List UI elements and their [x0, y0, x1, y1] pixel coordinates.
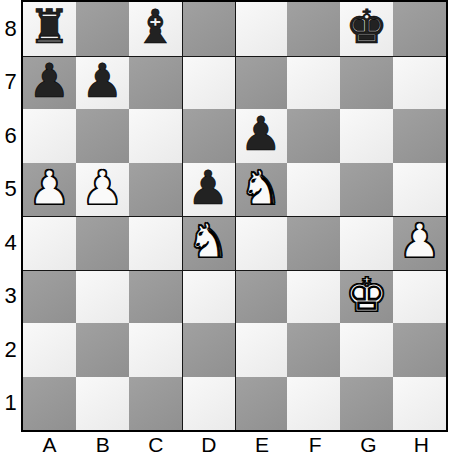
rank-label-6: 6 — [0, 109, 21, 163]
square-h7[interactable] — [393, 56, 446, 110]
square-a7[interactable]: ♟ — [23, 56, 76, 110]
square-f3[interactable] — [287, 270, 340, 324]
white-pawn[interactable]: ♟ — [81, 164, 123, 211]
square-d7[interactable] — [182, 56, 235, 110]
file-label-h: H — [395, 433, 448, 456]
square-b8[interactable] — [76, 2, 129, 56]
black-bishop[interactable]: ♝ — [134, 3, 176, 50]
square-c6[interactable] — [129, 109, 182, 163]
square-f7[interactable] — [287, 56, 340, 110]
white-knight[interactable]: ♞ — [187, 217, 229, 264]
square-b4[interactable] — [76, 216, 129, 270]
white-pawn[interactable]: ♟ — [398, 217, 440, 264]
square-g1[interactable] — [340, 377, 393, 431]
square-d1[interactable] — [182, 377, 235, 431]
file-label-e: E — [236, 433, 289, 456]
square-e4[interactable] — [235, 216, 288, 270]
board-squares: ♜♝♚♟♟♟♟♟♟♞♞♟♚ — [23, 2, 446, 430]
black-pawn[interactable]: ♟ — [240, 110, 282, 157]
square-b2[interactable] — [76, 323, 129, 377]
square-h2[interactable] — [393, 323, 446, 377]
square-h6[interactable] — [393, 109, 446, 163]
square-e7[interactable] — [235, 56, 288, 110]
square-g8[interactable]: ♚ — [340, 2, 393, 56]
square-b1[interactable] — [76, 377, 129, 431]
square-e5[interactable]: ♞ — [235, 163, 288, 217]
black-pawn[interactable]: ♟ — [28, 57, 70, 104]
square-g6[interactable] — [340, 109, 393, 163]
square-e6[interactable]: ♟ — [235, 109, 288, 163]
rank-label-1: 1 — [0, 377, 21, 431]
square-h3[interactable] — [393, 270, 446, 324]
file-label-b: B — [76, 433, 129, 456]
square-b6[interactable] — [76, 109, 129, 163]
square-c7[interactable] — [129, 56, 182, 110]
square-d2[interactable] — [182, 323, 235, 377]
square-b7[interactable]: ♟ — [76, 56, 129, 110]
black-pawn[interactable]: ♟ — [187, 164, 229, 211]
square-e2[interactable] — [235, 323, 288, 377]
rank-labels: 87654321 — [0, 2, 21, 430]
square-c2[interactable] — [129, 323, 182, 377]
square-f8[interactable] — [287, 2, 340, 56]
file-labels: ABCDEFGH — [23, 433, 448, 456]
square-g3[interactable]: ♚ — [340, 270, 393, 324]
square-f2[interactable] — [287, 323, 340, 377]
file-label-g: G — [342, 433, 395, 456]
square-h4[interactable]: ♟ — [393, 216, 446, 270]
square-h1[interactable] — [393, 377, 446, 431]
black-pawn[interactable]: ♟ — [81, 57, 123, 104]
white-knight[interactable]: ♞ — [240, 164, 282, 211]
square-f6[interactable] — [287, 109, 340, 163]
square-d6[interactable] — [182, 109, 235, 163]
white-king[interactable]: ♚ — [346, 271, 388, 318]
rank-label-4: 4 — [0, 216, 21, 270]
square-c4[interactable] — [129, 216, 182, 270]
square-c8[interactable]: ♝ — [129, 2, 182, 56]
square-c5[interactable] — [129, 163, 182, 217]
square-a6[interactable] — [23, 109, 76, 163]
square-f1[interactable] — [287, 377, 340, 431]
square-a2[interactable] — [23, 323, 76, 377]
square-d5[interactable]: ♟ — [182, 163, 235, 217]
square-d4[interactable]: ♞ — [182, 216, 235, 270]
file-label-f: F — [289, 433, 342, 456]
square-f4[interactable] — [287, 216, 340, 270]
chess-board: ♜♝♚♟♟♟♟♟♟♞♞♟♚ — [21, 0, 448, 432]
black-king[interactable]: ♚ — [346, 3, 388, 50]
square-h5[interactable] — [393, 163, 446, 217]
square-e8[interactable] — [235, 2, 288, 56]
chess-diagram: 87654321 ♜♝♚♟♟♟♟♟♟♞♞♟♚ ABCDEFGH — [0, 0, 450, 456]
square-g2[interactable] — [340, 323, 393, 377]
square-e3[interactable] — [235, 270, 288, 324]
square-b5[interactable]: ♟ — [76, 163, 129, 217]
white-pawn[interactable]: ♟ — [28, 164, 70, 211]
black-rook[interactable]: ♜ — [28, 3, 70, 50]
square-g4[interactable] — [340, 216, 393, 270]
rank-label-8: 8 — [0, 2, 21, 56]
square-d8[interactable] — [182, 2, 235, 56]
square-a5[interactable]: ♟ — [23, 163, 76, 217]
square-c1[interactable] — [129, 377, 182, 431]
square-a8[interactable]: ♜ — [23, 2, 76, 56]
square-f5[interactable] — [287, 163, 340, 217]
square-a3[interactable] — [23, 270, 76, 324]
rank-label-2: 2 — [0, 323, 21, 377]
file-label-c: C — [129, 433, 182, 456]
square-a4[interactable] — [23, 216, 76, 270]
square-h8[interactable] — [393, 2, 446, 56]
square-g7[interactable] — [340, 56, 393, 110]
square-e1[interactable] — [235, 377, 288, 431]
file-label-a: A — [23, 433, 76, 456]
file-label-d: D — [182, 433, 235, 456]
square-b3[interactable] — [76, 270, 129, 324]
rank-label-3: 3 — [0, 270, 21, 324]
square-a1[interactable] — [23, 377, 76, 431]
square-c3[interactable] — [129, 270, 182, 324]
rank-label-7: 7 — [0, 56, 21, 110]
square-g5[interactable] — [340, 163, 393, 217]
square-d3[interactable] — [182, 270, 235, 324]
rank-label-5: 5 — [0, 163, 21, 217]
